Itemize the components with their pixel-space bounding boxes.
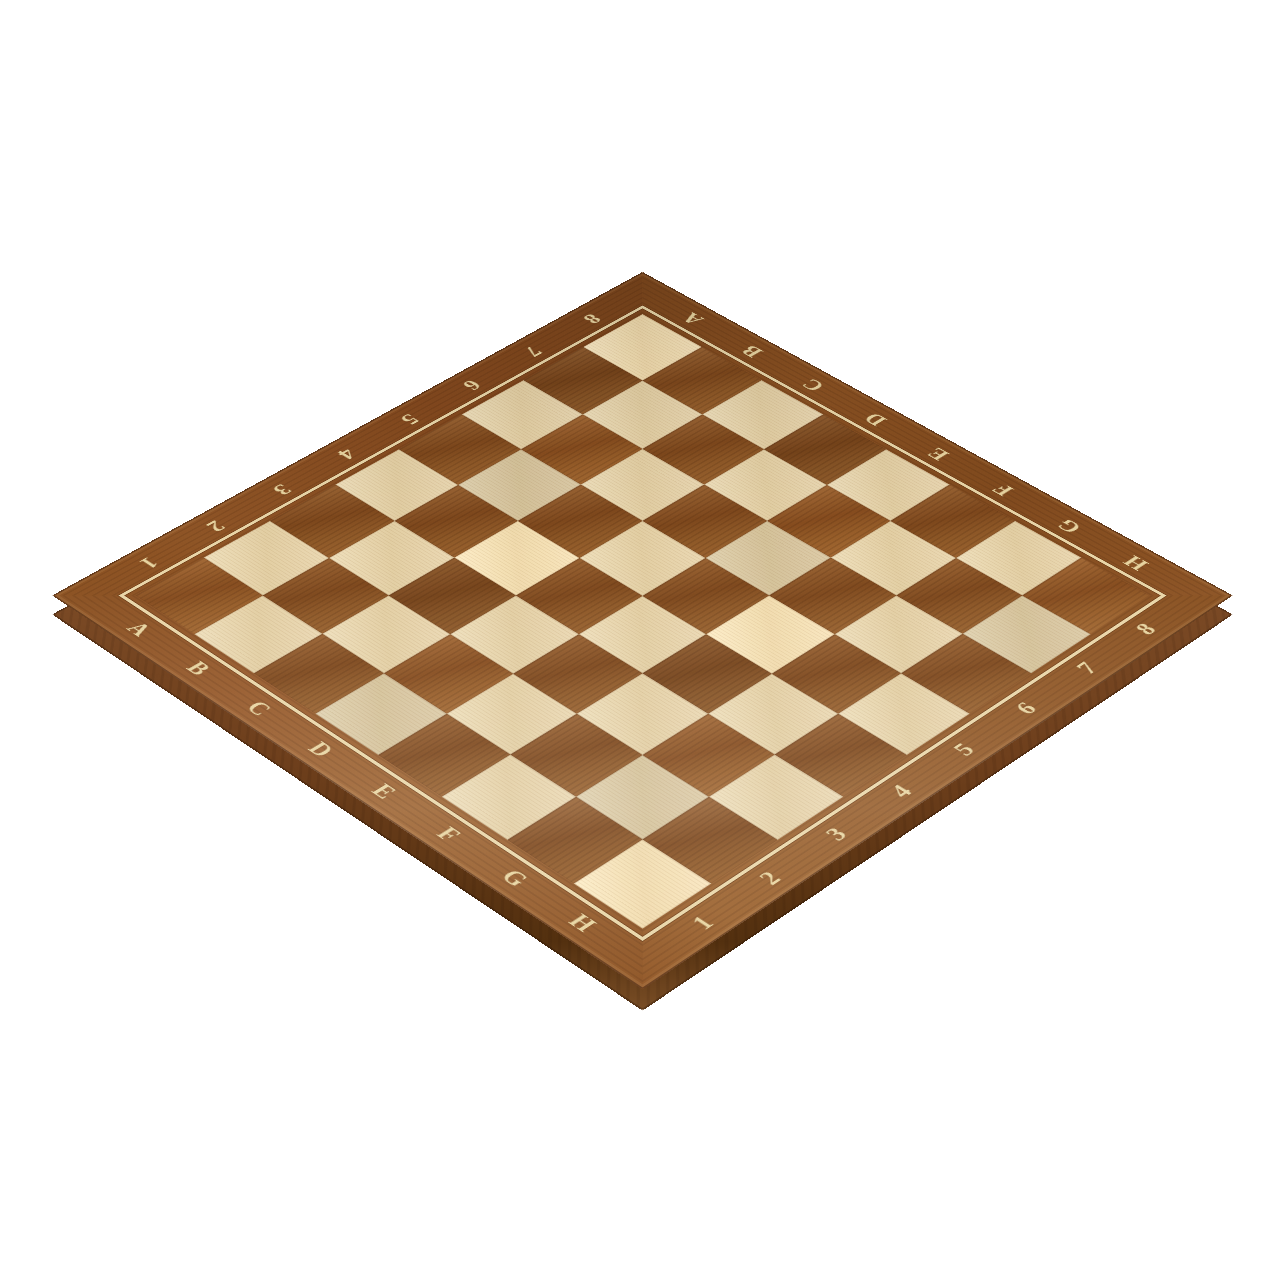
playing-field [136,314,1150,929]
coord-left-rank-5: 5 [396,411,423,427]
chessboard: ABCDEFGHABCDEFGH8765432187654321 [225,178,1060,1013]
coord-left-rank-7: 7 [519,344,546,359]
coord-near-file-B: B [182,658,215,678]
coord-right-rank-7: 7 [1072,659,1102,677]
coord-right-rank-2: 2 [755,868,786,888]
coord-far-file-G: G [1053,516,1086,536]
coord-far-file-H: H [1120,553,1153,573]
coord-near-file-H: H [564,911,601,935]
coord-near-file-D: D [304,739,339,761]
coord-right-rank-6: 6 [1011,699,1041,717]
coord-left-rank-8: 8 [579,311,605,326]
coord-left-rank-2: 2 [202,517,229,534]
coord-left-rank-1: 1 [135,554,163,571]
coord-far-file-D: D [860,410,891,428]
coord-left-rank-4: 4 [333,446,360,462]
coord-near-file-A: A [122,619,156,639]
coord-near-file-F: F [432,824,465,845]
coord-right-rank-4: 4 [886,782,917,801]
coord-right-rank-8: 8 [1131,620,1161,638]
coord-far-file-A: A [678,310,708,327]
coord-left-rank-3: 3 [268,481,295,497]
coord-far-file-E: E [924,445,954,463]
coord-far-file-B: B [738,343,768,360]
coord-left-rank-6: 6 [458,377,485,392]
coord-right-rank-1: 1 [687,913,718,933]
coord-far-file-F: F [989,481,1018,498]
coord-far-file-C: C [798,376,829,394]
coord-right-rank-5: 5 [949,740,979,759]
coord-near-file-C: C [242,698,276,719]
coord-near-file-E: E [367,781,401,802]
photo-background: { "game": "chess", "scene_description": … [0,0,1280,1280]
coord-near-file-G: G [497,866,534,890]
board-face: ABCDEFGHABCDEFGH8765432187654321 [52,272,1233,990]
coord-right-rank-3: 3 [821,824,852,844]
